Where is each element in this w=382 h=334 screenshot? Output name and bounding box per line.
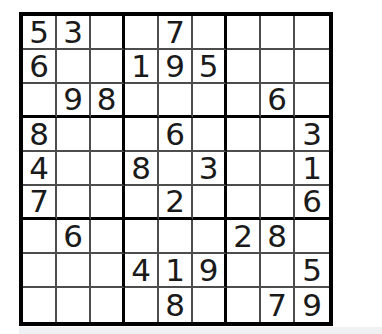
cell-r4c5: 6 (159, 118, 193, 152)
cell-r3c3: 8 (91, 84, 125, 118)
cell-r9c8: 7 (261, 288, 295, 322)
cell-r5c2[interactable] (57, 152, 91, 186)
cell-r2c5: 9 (159, 50, 193, 84)
cell-r2c6: 5 (193, 50, 227, 84)
cell-r6c5: 2 (159, 186, 193, 220)
cell-r8c3[interactable] (91, 254, 125, 288)
cell-r8c2[interactable] (57, 254, 91, 288)
cell-r9c6[interactable] (193, 288, 227, 322)
cell-r5c8[interactable] (261, 152, 295, 186)
cell-r4c3[interactable] (91, 118, 125, 152)
cell-r5c1: 4 (23, 152, 57, 186)
cell-r2c2[interactable] (57, 50, 91, 84)
cell-r3c5[interactable] (159, 84, 193, 118)
cell-r5c7[interactable] (227, 152, 261, 186)
cell-r4c4[interactable] (125, 118, 159, 152)
cell-r5c5[interactable] (159, 152, 193, 186)
cell-r7c9[interactable] (295, 220, 329, 254)
cell-r2c3[interactable] (91, 50, 125, 84)
cell-r6c6[interactable] (193, 186, 227, 220)
cell-r1c8[interactable] (261, 16, 295, 50)
cell-r7c3[interactable] (91, 220, 125, 254)
cell-r2c4: 1 (125, 50, 159, 84)
cell-r6c9: 6 (295, 186, 329, 220)
cell-r4c7[interactable] (227, 118, 261, 152)
cell-r8c4: 4 (125, 254, 159, 288)
cell-r1c2: 3 (57, 16, 91, 50)
cell-r6c3[interactable] (91, 186, 125, 220)
cell-r7c5[interactable] (159, 220, 193, 254)
cell-r9c5: 8 (159, 288, 193, 322)
cell-r9c2[interactable] (57, 288, 91, 322)
cell-r8c8[interactable] (261, 254, 295, 288)
cell-r9c1[interactable] (23, 288, 57, 322)
cell-r4c1: 8 (23, 118, 57, 152)
cell-r1c6[interactable] (193, 16, 227, 50)
cell-r7c6[interactable] (193, 220, 227, 254)
cell-r8c9: 5 (295, 254, 329, 288)
cell-r7c1[interactable] (23, 220, 57, 254)
cell-r7c7: 2 (227, 220, 261, 254)
cell-r1c1: 5 (23, 16, 57, 50)
cell-r6c4[interactable] (125, 186, 159, 220)
cell-r8c5: 1 (159, 254, 193, 288)
cell-r8c1[interactable] (23, 254, 57, 288)
cell-r5c3[interactable] (91, 152, 125, 186)
cell-r6c1: 7 (23, 186, 57, 220)
cell-r4c2[interactable] (57, 118, 91, 152)
cell-r1c4[interactable] (125, 16, 159, 50)
cell-r5c4: 8 (125, 152, 159, 186)
footer-strip (19, 327, 382, 334)
cell-r9c9: 9 (295, 288, 329, 322)
cell-r6c8[interactable] (261, 186, 295, 220)
cell-r1c5: 7 (159, 16, 193, 50)
sudoku-board: 537619598686348317266284195879 (19, 12, 333, 326)
cell-r1c7[interactable] (227, 16, 261, 50)
cell-r2c9[interactable] (295, 50, 329, 84)
cell-r9c3[interactable] (91, 288, 125, 322)
cell-r3c1[interactable] (23, 84, 57, 118)
cell-r3c4[interactable] (125, 84, 159, 118)
cell-r3c2: 9 (57, 84, 91, 118)
cell-r7c2: 6 (57, 220, 91, 254)
cell-r3c8: 6 (261, 84, 295, 118)
cell-r2c8[interactable] (261, 50, 295, 84)
cell-r5c6: 3 (193, 152, 227, 186)
cell-r8c6: 9 (193, 254, 227, 288)
cell-r2c1: 6 (23, 50, 57, 84)
cell-r2c7[interactable] (227, 50, 261, 84)
cell-r5c9: 1 (295, 152, 329, 186)
cell-r4c8[interactable] (261, 118, 295, 152)
cell-r3c9[interactable] (295, 84, 329, 118)
cell-r9c4[interactable] (125, 288, 159, 322)
cell-r8c7[interactable] (227, 254, 261, 288)
cell-r3c6[interactable] (193, 84, 227, 118)
cell-r3c7[interactable] (227, 84, 261, 118)
cell-r1c9[interactable] (295, 16, 329, 50)
cell-r4c6[interactable] (193, 118, 227, 152)
cell-r7c4[interactable] (125, 220, 159, 254)
cell-r1c3[interactable] (91, 16, 125, 50)
cell-r6c2[interactable] (57, 186, 91, 220)
cell-r9c7[interactable] (227, 288, 261, 322)
cell-r7c8: 8 (261, 220, 295, 254)
cell-r4c9: 3 (295, 118, 329, 152)
cell-r6c7[interactable] (227, 186, 261, 220)
